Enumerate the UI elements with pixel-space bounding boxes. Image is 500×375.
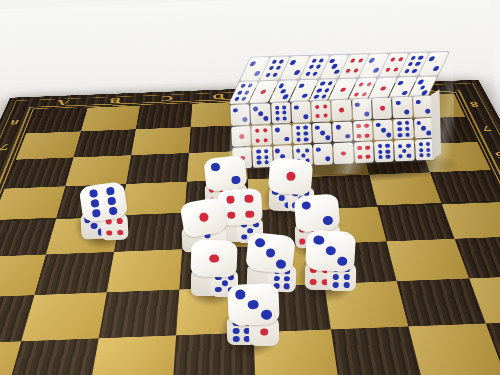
block-die-face (374, 141, 394, 163)
die-pip (234, 289, 245, 299)
die-pip (405, 121, 410, 125)
die-pip (315, 114, 320, 118)
die-pip (426, 147, 431, 151)
die-top-face (304, 230, 355, 272)
die-top-face (294, 194, 340, 233)
die-pip (250, 61, 257, 66)
die-pip (386, 155, 391, 159)
die-pip (323, 113, 328, 117)
die-pip (365, 146, 370, 150)
die-pip (329, 58, 336, 63)
die-pip (282, 95, 289, 100)
die-pip (325, 157, 330, 162)
die-pip (215, 286, 221, 292)
die-pip (336, 256, 347, 266)
die-pip (264, 149, 269, 153)
die-pip (247, 228, 253, 233)
die-pip (244, 194, 253, 202)
die-pip (411, 68, 417, 72)
die-pip (234, 97, 240, 101)
die-pip (247, 84, 253, 88)
die-top-face (227, 283, 279, 326)
die-pip (92, 210, 101, 219)
die-pip (345, 134, 350, 139)
die-pip (357, 146, 362, 150)
die-pip (227, 211, 236, 219)
die-pip (278, 195, 285, 201)
die-pip (284, 275, 290, 281)
die-pip (345, 69, 351, 73)
die-top-face (190, 239, 237, 278)
die-pip (369, 58, 376, 63)
die-pip (298, 83, 305, 88)
die-pip (242, 117, 247, 122)
block-die-face (312, 122, 332, 144)
die-pip (376, 123, 381, 128)
die-pip (261, 328, 269, 335)
die-pip (358, 82, 364, 86)
die-pip (386, 149, 391, 153)
die-pip (304, 137, 309, 141)
die-pip (303, 114, 308, 119)
die (81, 185, 127, 240)
die-pip (89, 189, 98, 198)
die-pip (419, 148, 424, 152)
die-pip (350, 59, 356, 63)
die-pip (404, 69, 410, 73)
die-pip (324, 88, 330, 92)
die-pip (261, 309, 272, 319)
die-pip (296, 132, 301, 136)
die-pip (353, 69, 359, 73)
die-pip (233, 328, 240, 334)
die-pip (305, 71, 311, 75)
die-pip (405, 133, 410, 137)
die-pip (332, 274, 339, 280)
die-pip (275, 117, 280, 121)
block-die-face (393, 118, 413, 140)
die-pip (264, 138, 269, 142)
die-top-face (246, 232, 297, 275)
die-pip (353, 92, 359, 96)
die-pip (264, 155, 269, 159)
die-pip (265, 72, 271, 76)
die-pip (91, 199, 100, 208)
die-pip (426, 153, 431, 157)
die-pip (282, 111, 287, 115)
die-pip (379, 155, 384, 159)
die-pip (308, 65, 314, 69)
die-pip (419, 142, 424, 146)
die-pip (232, 176, 241, 185)
die-pip (301, 201, 311, 210)
die (305, 232, 355, 292)
die-top-face (204, 155, 248, 192)
die-pip (276, 259, 287, 269)
block-die-face (311, 100, 331, 122)
die-pip (275, 111, 280, 115)
die-pip (209, 254, 219, 263)
die-pip (263, 129, 268, 133)
die-pip (244, 90, 250, 94)
die-pip (296, 126, 301, 130)
die-pip (397, 81, 404, 86)
die-pip (211, 163, 220, 172)
die-pip (365, 133, 370, 137)
die-pip (397, 58, 403, 62)
block-die-face (353, 120, 373, 142)
die-pip (286, 172, 296, 181)
die-pip (325, 246, 336, 256)
die-pip (398, 154, 403, 158)
die-pip (343, 282, 350, 288)
die-pip (241, 97, 247, 101)
die-pip (416, 121, 421, 126)
die-pip (313, 235, 324, 245)
die-pip (258, 111, 263, 116)
block-die-face (373, 119, 393, 141)
die-pip (398, 133, 403, 137)
die-pip (283, 283, 289, 289)
die-pip (333, 70, 340, 75)
die-pip (312, 71, 318, 75)
block-die-face (250, 103, 270, 125)
die-pip (315, 105, 320, 109)
block-die-face (291, 101, 311, 123)
die-pip (389, 58, 395, 62)
die-pip (275, 105, 280, 109)
die-pip (416, 100, 421, 105)
die-pip (366, 155, 371, 159)
block-die-face (352, 98, 372, 120)
die-pip (301, 153, 306, 157)
die-pip (255, 237, 266, 247)
die-pip (255, 138, 260, 142)
die-pip (199, 212, 209, 222)
block-die-face (394, 140, 414, 162)
die-pip (257, 161, 262, 165)
die-pip (257, 155, 262, 159)
die-pip (405, 127, 410, 131)
die-pip (393, 68, 399, 72)
die-pip (341, 151, 346, 156)
die-pip (421, 126, 426, 131)
die-pip (296, 148, 301, 152)
die-pip (233, 108, 238, 113)
die-pip (414, 62, 420, 66)
die-pip (425, 109, 430, 114)
die-pip (311, 59, 317, 63)
die-pip (108, 197, 117, 206)
die-pip (323, 104, 328, 108)
die-pip (117, 229, 123, 235)
dice-block-side (431, 89, 442, 159)
block-die-face (292, 123, 312, 145)
die-pip (381, 128, 386, 133)
die-pip (417, 80, 424, 85)
die-pip (303, 131, 308, 135)
die-pip (294, 105, 299, 110)
die-pip (358, 155, 363, 159)
die-pip (315, 125, 320, 130)
die-pip (340, 87, 347, 92)
wrapped-dice-block (228, 51, 453, 175)
die-pip (275, 66, 281, 70)
die-pip (282, 105, 287, 109)
die-pip (302, 94, 309, 99)
die-pip (280, 89, 287, 94)
block-die-face (251, 125, 271, 147)
die-pip (241, 234, 247, 239)
die-pip (365, 124, 370, 128)
die-pip (284, 137, 289, 142)
die-pip (278, 83, 285, 88)
die-pip (361, 92, 367, 96)
die-pip (405, 110, 410, 115)
die (227, 285, 279, 347)
die-pip (237, 90, 243, 94)
die-pip (321, 94, 327, 98)
die-pip (319, 82, 325, 86)
die-pip (398, 144, 403, 148)
die-pip (327, 82, 333, 86)
die-pip (275, 149, 280, 154)
die-pip (91, 223, 98, 229)
die-pip (239, 134, 244, 139)
die-pip (325, 135, 330, 140)
block-die-face (313, 144, 333, 166)
die-pip (303, 126, 308, 130)
die-pip (380, 106, 385, 111)
block-die-face (271, 102, 291, 124)
die-pip (263, 116, 268, 121)
die-pip (320, 130, 325, 135)
die-pip (357, 133, 362, 137)
die-pip (378, 150, 383, 154)
die-pip (432, 66, 439, 71)
die-pip (310, 279, 317, 285)
block-die-face (230, 104, 250, 126)
block-die-face (332, 99, 352, 121)
die-pip (268, 66, 274, 70)
die-pip (343, 274, 350, 280)
photo-of-board-and-dice: ABCDEFGH8877665544332211 (0, 0, 500, 375)
die-pip (315, 65, 321, 69)
die-pip (318, 58, 324, 62)
die-pip (313, 95, 319, 99)
die-pip (255, 129, 260, 133)
die-pip (397, 121, 402, 125)
block-die-face (354, 142, 374, 164)
die-pip (366, 82, 372, 86)
die-pip (240, 84, 246, 88)
die-pip (429, 56, 436, 61)
die-pip (256, 149, 261, 153)
block-die-face (231, 126, 251, 148)
die-pip (410, 56, 416, 60)
die-pip (245, 210, 254, 218)
die-pip (233, 336, 240, 342)
die-pip (253, 71, 260, 76)
die-pip (106, 230, 112, 236)
die-pip (116, 218, 122, 224)
die-pip (356, 124, 361, 128)
die-pip (278, 59, 284, 63)
die-pip (109, 207, 118, 216)
die-pip (398, 127, 403, 131)
block-die-face (334, 143, 354, 165)
die-pip (226, 195, 235, 203)
die-pip (364, 111, 369, 116)
die-pip (419, 154, 424, 158)
die-pip (339, 108, 344, 113)
die-pip (316, 88, 322, 92)
block-die-face (392, 97, 412, 119)
die-pip (335, 125, 340, 130)
die-pip (418, 56, 424, 60)
block-die-face (372, 98, 392, 120)
die-pip (426, 142, 431, 146)
die-pip (407, 62, 413, 66)
die-pip (305, 148, 310, 152)
die-pip (289, 60, 296, 65)
die-pip (332, 281, 339, 287)
die-pip (253, 106, 258, 111)
die-pip (358, 59, 364, 63)
die-pip (385, 144, 390, 148)
die-pip (378, 144, 383, 148)
die-pip (316, 147, 321, 152)
die-pip (406, 143, 411, 147)
die-pip (273, 275, 279, 281)
die-pip (419, 85, 426, 90)
die-pip (260, 90, 267, 95)
die-pip (355, 102, 360, 107)
block-die-face (333, 121, 353, 143)
die-pip (271, 60, 277, 64)
die-pip (282, 116, 287, 120)
die-pip (331, 64, 338, 69)
die-pip (373, 68, 380, 73)
die-pip (247, 299, 258, 309)
die-pip (293, 70, 300, 75)
die-pip (385, 68, 391, 72)
die-pip (407, 153, 412, 157)
die-pip (266, 248, 277, 258)
die-top-face (268, 157, 313, 195)
block-die-face (272, 124, 292, 146)
die-pip (272, 72, 278, 76)
dice-layer (0, 0, 500, 375)
die-pip (323, 216, 333, 225)
die-pip (379, 86, 386, 91)
die-pip (275, 128, 280, 133)
die-pip (395, 100, 400, 105)
die-pip (386, 132, 391, 137)
die-pip (296, 137, 301, 141)
die-pip (402, 149, 407, 153)
die-pip (106, 187, 115, 196)
dice-block-front-faces (229, 95, 436, 170)
